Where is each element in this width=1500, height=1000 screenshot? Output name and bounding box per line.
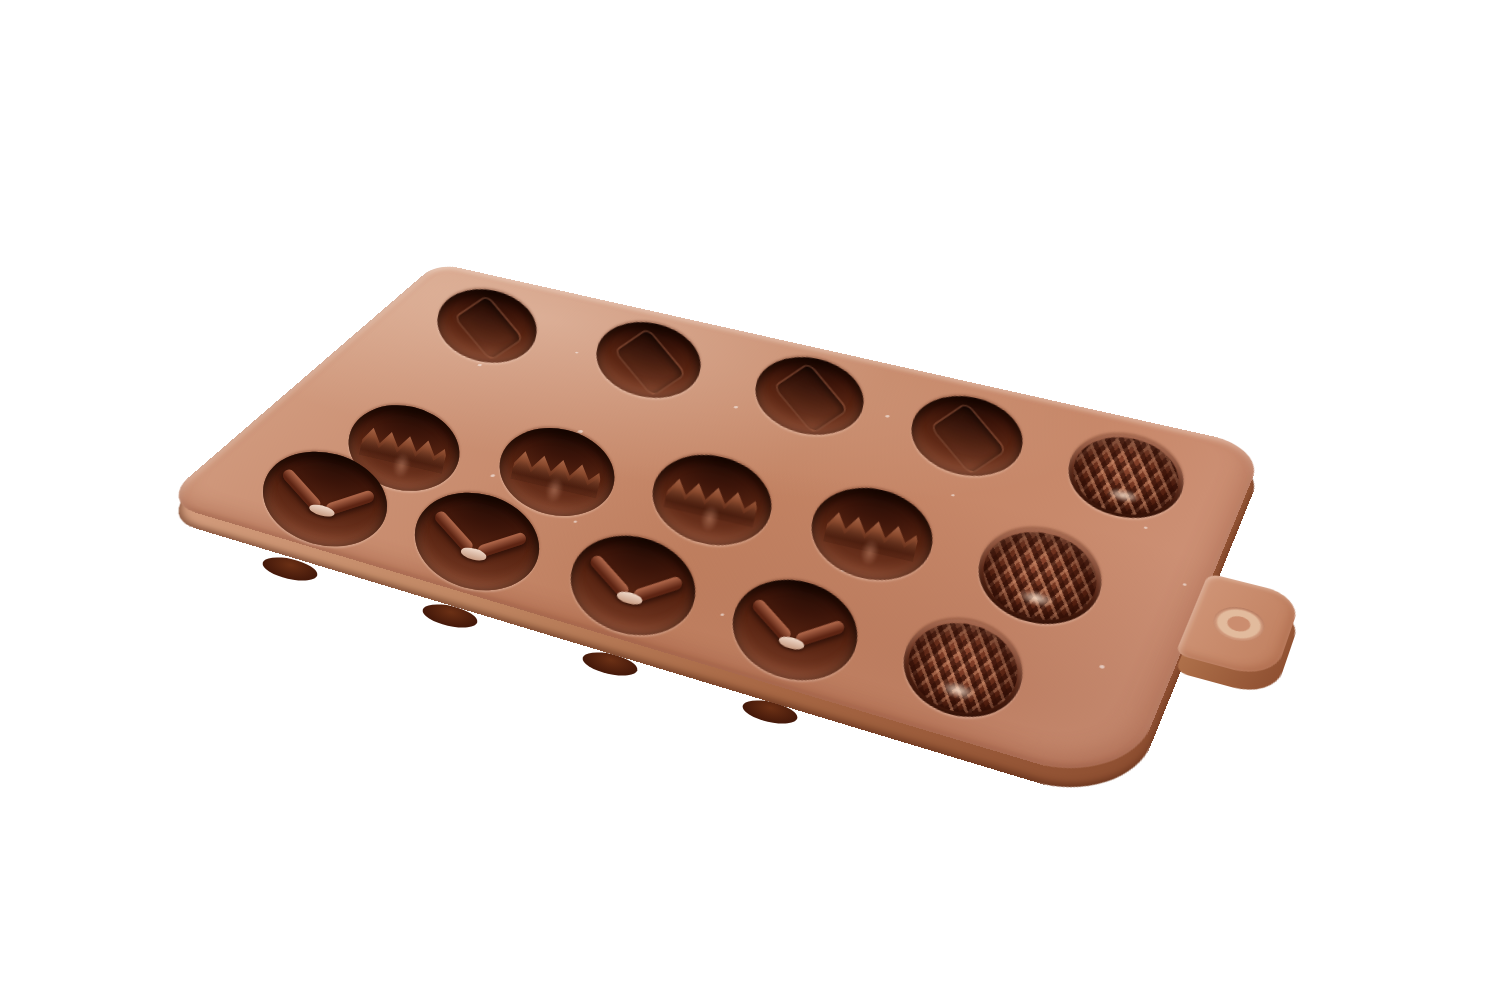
- dust-speck: [1182, 583, 1186, 586]
- dust-speck: [720, 613, 725, 616]
- dust-speck: [951, 494, 955, 497]
- cavity-pattern-diamond: [929, 401, 1008, 475]
- product-photo-scene: [0, 0, 1500, 1000]
- cavity-pattern-diamond: [612, 327, 686, 397]
- dust-speck: [575, 352, 579, 354]
- dust-speck: [733, 406, 739, 409]
- dust-speck: [477, 364, 483, 367]
- cavity-pattern-diamond: [772, 362, 849, 435]
- cavity-pattern-diamond: [453, 294, 525, 362]
- dust-speck: [573, 520, 578, 523]
- dust-speck: [1099, 664, 1105, 669]
- dust-speck: [1144, 526, 1148, 529]
- dust-speck: [490, 474, 496, 477]
- dust-speck: [885, 415, 891, 418]
